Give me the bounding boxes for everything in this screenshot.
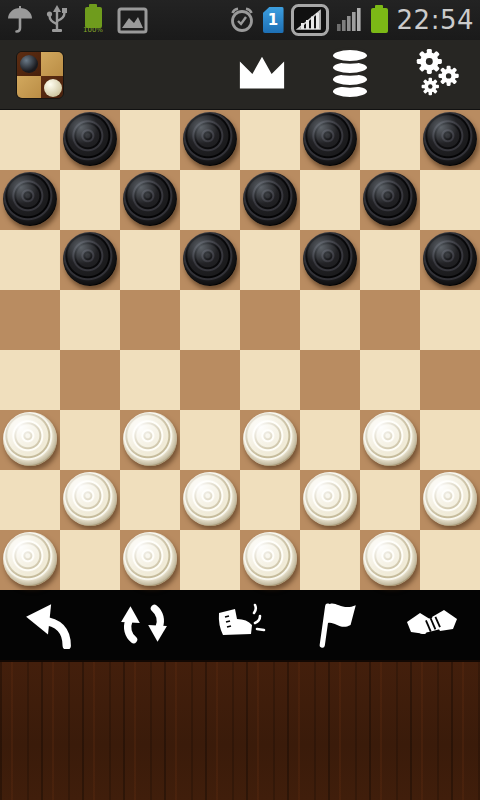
black-piece[interactable]	[423, 232, 477, 286]
square-c5[interactable]	[120, 290, 180, 350]
square-g2	[360, 470, 420, 530]
square-g6	[360, 230, 420, 290]
square-g4	[360, 350, 420, 410]
handshake-icon	[405, 600, 459, 651]
white-piece[interactable]	[183, 472, 237, 526]
square-a7[interactable]	[0, 170, 60, 230]
square-f8[interactable]	[300, 110, 360, 170]
square-c2	[120, 470, 180, 530]
battery-percent-label: 100%	[83, 27, 103, 34]
resign-button[interactable]	[288, 590, 384, 660]
alarm-icon	[228, 6, 256, 34]
square-h4[interactable]	[420, 350, 480, 410]
square-b6[interactable]	[60, 230, 120, 290]
square-e5[interactable]	[240, 290, 300, 350]
square-d5	[180, 290, 240, 350]
battery-icon	[371, 8, 388, 33]
square-b4[interactable]	[60, 350, 120, 410]
boot-kick-icon	[213, 599, 267, 652]
square-h5	[420, 290, 480, 350]
white-piece[interactable]	[243, 412, 297, 466]
screen: 100% 1	[0, 0, 480, 800]
black-piece[interactable]	[63, 232, 117, 286]
square-a1[interactable]	[0, 530, 60, 590]
square-d2[interactable]	[180, 470, 240, 530]
square-f3	[300, 410, 360, 470]
square-c3[interactable]	[120, 410, 180, 470]
square-c8	[120, 110, 180, 170]
black-piece[interactable]	[183, 232, 237, 286]
white-piece[interactable]	[243, 532, 297, 586]
board	[0, 110, 480, 590]
usb-icon	[45, 5, 69, 35]
crown-button[interactable]	[236, 47, 288, 103]
square-b5	[60, 290, 120, 350]
black-piece[interactable]	[303, 112, 357, 166]
crown-icon	[237, 51, 287, 98]
black-piece[interactable]	[303, 232, 357, 286]
square-b7	[60, 170, 120, 230]
data-usage-icon	[291, 4, 329, 36]
square-d6[interactable]	[180, 230, 240, 290]
square-c6	[120, 230, 180, 290]
square-f5	[300, 290, 360, 350]
square-e8	[240, 110, 300, 170]
white-piece[interactable]	[303, 472, 357, 526]
white-piece[interactable]	[3, 532, 57, 586]
square-d8[interactable]	[180, 110, 240, 170]
square-c7[interactable]	[120, 170, 180, 230]
white-piece[interactable]	[63, 472, 117, 526]
square-e1[interactable]	[240, 530, 300, 590]
square-e2	[240, 470, 300, 530]
undo-arrow-icon	[23, 599, 73, 652]
restart-icon	[119, 599, 169, 652]
square-h2[interactable]	[420, 470, 480, 530]
square-a2	[0, 470, 60, 530]
white-piece[interactable]	[363, 412, 417, 466]
square-h3	[420, 410, 480, 470]
square-g5[interactable]	[360, 290, 420, 350]
settings-button[interactable]	[412, 47, 464, 103]
square-a6	[0, 230, 60, 290]
black-piece[interactable]	[3, 172, 57, 226]
gears-icon	[411, 46, 465, 103]
square-e3[interactable]	[240, 410, 300, 470]
square-e7[interactable]	[240, 170, 300, 230]
umbrella-icon	[6, 5, 34, 35]
square-b3	[60, 410, 120, 470]
square-c4	[120, 350, 180, 410]
square-b2[interactable]	[60, 470, 120, 530]
app-toolbar	[0, 40, 480, 110]
square-d4[interactable]	[180, 350, 240, 410]
square-f7	[300, 170, 360, 230]
restart-button[interactable]	[96, 590, 192, 660]
square-g7[interactable]	[360, 170, 420, 230]
signal-bars-icon	[336, 7, 364, 33]
white-piece[interactable]	[123, 412, 177, 466]
app-icon-black-piece	[20, 55, 38, 73]
square-b1	[60, 530, 120, 590]
white-piece[interactable]	[3, 412, 57, 466]
wood-panel	[0, 660, 480, 800]
black-piece[interactable]	[423, 112, 477, 166]
gallery-icon	[117, 7, 148, 34]
square-a5[interactable]	[0, 290, 60, 350]
stack-button[interactable]	[324, 47, 376, 103]
white-piece[interactable]	[363, 532, 417, 586]
square-e6	[240, 230, 300, 290]
square-g1[interactable]	[360, 530, 420, 590]
action-bar	[0, 590, 480, 660]
square-a3[interactable]	[0, 410, 60, 470]
square-g3[interactable]	[360, 410, 420, 470]
black-piece[interactable]	[243, 172, 297, 226]
square-d3	[180, 410, 240, 470]
white-piece[interactable]	[123, 532, 177, 586]
status-clock: 22:54	[395, 5, 474, 35]
square-d7	[180, 170, 240, 230]
draw-button[interactable]	[384, 590, 480, 660]
square-f4[interactable]	[300, 350, 360, 410]
square-b8[interactable]	[60, 110, 120, 170]
square-a4	[0, 350, 60, 410]
kick-button[interactable]	[192, 590, 288, 660]
undo-button[interactable]	[0, 590, 96, 660]
square-e4	[240, 350, 300, 410]
app-icon-white-piece	[44, 79, 62, 97]
checkers-app-icon	[16, 51, 64, 99]
white-piece[interactable]	[423, 472, 477, 526]
square-c1[interactable]	[120, 530, 180, 590]
black-piece[interactable]	[183, 112, 237, 166]
square-f2[interactable]	[300, 470, 360, 530]
database-icon	[327, 45, 373, 104]
square-a8	[0, 110, 60, 170]
square-h1	[420, 530, 480, 590]
square-g8	[360, 110, 420, 170]
square-f6[interactable]	[300, 230, 360, 290]
square-f1	[300, 530, 360, 590]
flag-icon	[311, 598, 361, 653]
sim-slot-number: 1	[268, 11, 278, 29]
black-piece[interactable]	[363, 172, 417, 226]
battery-100-icon: 100%	[80, 4, 106, 36]
square-h6[interactable]	[420, 230, 480, 290]
square-h7	[420, 170, 480, 230]
square-h8[interactable]	[420, 110, 480, 170]
status-bar: 100% 1	[0, 0, 480, 40]
square-d1	[180, 530, 240, 590]
sim1-badge: 1	[263, 7, 284, 33]
black-piece[interactable]	[123, 172, 177, 226]
black-piece[interactable]	[63, 112, 117, 166]
